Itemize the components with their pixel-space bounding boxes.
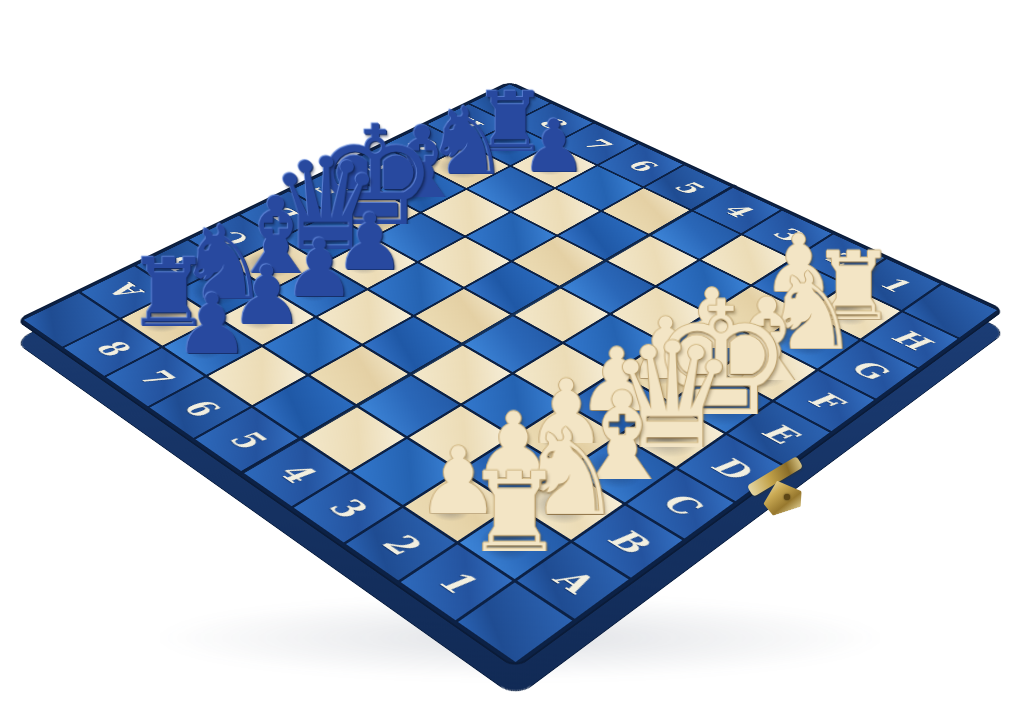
product-photo-stage: 87654321HHGGFFEEDDCCBBAA87654321 ♜♞♝♛♚♝♞… xyxy=(0,0,1024,719)
rank-label-left-8: 8 xyxy=(88,334,136,361)
square-a4 xyxy=(303,407,405,470)
file-label-near-C: C xyxy=(654,486,707,521)
rank-label-right-4: 4 xyxy=(716,199,756,221)
square-b5 xyxy=(311,346,409,404)
rank-label-right-8: 8 xyxy=(533,114,572,133)
file-label-near-B: B xyxy=(600,522,656,560)
file-label-far-D: D xyxy=(261,202,307,226)
rank-label-left-6: 6 xyxy=(175,393,225,422)
chess-board-3d: 87654321HHGGFFEEDDCCBBAA87654321 ♜♞♝♛♚♝♞… xyxy=(15,81,1005,670)
rank-label-left-1: 1 xyxy=(429,563,483,600)
chess-board: 87654321HHGGFFEEDDCCBBAA87654321 xyxy=(15,81,1005,670)
rank-label-right-3: 3 xyxy=(766,222,807,245)
square-c5 xyxy=(365,317,461,373)
file-label-far-H: H xyxy=(446,113,490,135)
rank-label-right-5: 5 xyxy=(668,177,708,198)
rank-label-right-6: 6 xyxy=(621,155,660,175)
file-label-near-A: A xyxy=(545,561,601,599)
file-label-far-F: F xyxy=(359,157,400,178)
file-label-near-H: H xyxy=(885,324,936,354)
file-label-near-E: E xyxy=(754,418,803,449)
rank-label-left-4: 4 xyxy=(270,456,321,488)
rank-label-left-2: 2 xyxy=(374,526,427,561)
file-label-near-F: F xyxy=(801,386,847,415)
file-label-far-G: G xyxy=(403,135,446,156)
file-label-near-G: G xyxy=(843,354,892,384)
square-a6 xyxy=(209,347,307,405)
clasp-latch xyxy=(740,460,820,530)
perspective-scene: 87654321HHGGFFEEDDCCBBAA87654321 ♜♞♝♛♚♝♞… xyxy=(0,0,1024,719)
rank-label-left-5: 5 xyxy=(222,424,272,455)
square-a5 xyxy=(255,376,355,437)
rank-label-left-3: 3 xyxy=(321,490,373,523)
clasp-rivet xyxy=(784,494,790,500)
rank-label-right-7: 7 xyxy=(576,134,615,154)
file-label-far-E: E xyxy=(311,179,354,201)
rank-label-right-1: 1 xyxy=(873,272,915,297)
square-b6 xyxy=(265,318,361,374)
rank-label-left-7: 7 xyxy=(131,363,180,391)
